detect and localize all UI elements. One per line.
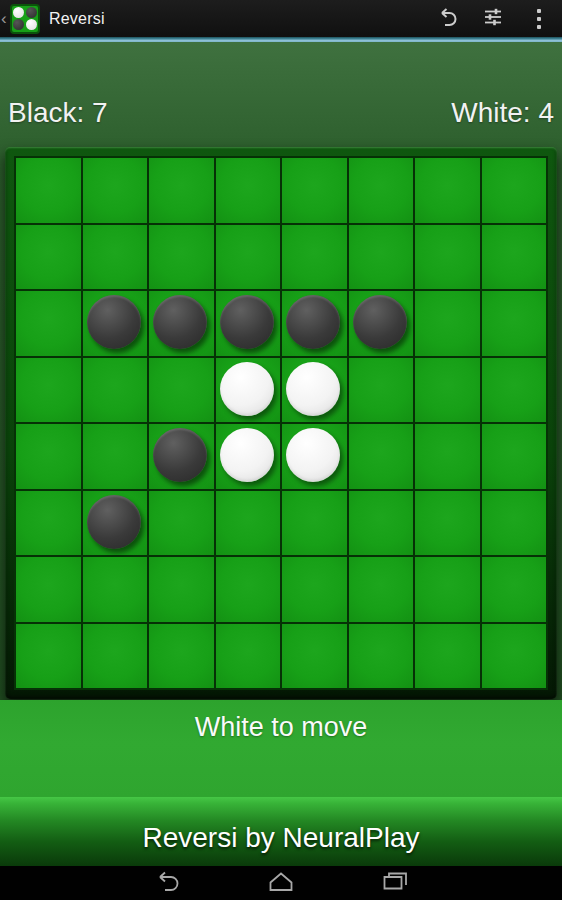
status-band: White to move xyxy=(0,700,562,797)
black-disc-d3 xyxy=(220,295,274,349)
footer-banner: Reversi by NeuralPlay xyxy=(0,797,562,866)
board-cell-a2[interactable] xyxy=(16,225,81,290)
board-cell-b3[interactable] xyxy=(83,291,148,356)
board-cell-b1[interactable] xyxy=(83,158,148,223)
vertical-ellipsis-icon xyxy=(537,9,541,29)
board-cell-d3[interactable] xyxy=(216,291,281,356)
board-cell-e8[interactable] xyxy=(282,624,347,689)
board-cell-e4[interactable] xyxy=(282,358,347,423)
undo-icon xyxy=(435,5,459,33)
board-cell-a3[interactable] xyxy=(16,291,81,356)
board-cell-c1[interactable] xyxy=(149,158,214,223)
reversi-app-icon[interactable] xyxy=(10,4,40,34)
board-cell-c5[interactable] xyxy=(149,424,214,489)
black-disc-f3 xyxy=(353,295,407,349)
reversi-app-screen: ‹ Reversi xyxy=(0,0,562,900)
overflow-menu-button[interactable] xyxy=(516,0,562,37)
white-disc-e5 xyxy=(286,428,340,482)
white-disc-icon xyxy=(26,19,37,30)
black-disc-c5 xyxy=(153,428,207,482)
app-icon-quadrant xyxy=(13,19,25,31)
app-icon-quadrant xyxy=(26,19,38,31)
board-cell-c2[interactable] xyxy=(149,225,214,290)
black-disc-icon xyxy=(26,7,37,18)
board-cell-h1[interactable] xyxy=(482,158,547,223)
white-score: White: 4 xyxy=(451,97,554,129)
white-disc-d4 xyxy=(220,362,274,416)
app-icon-quadrant xyxy=(13,7,25,19)
board-cell-f8[interactable] xyxy=(349,624,414,689)
nav-back-button[interactable] xyxy=(150,870,184,896)
black-disc-icon xyxy=(13,19,24,30)
board-cell-d6[interactable] xyxy=(216,491,281,556)
board-cell-d2[interactable] xyxy=(216,225,281,290)
board-cell-e6[interactable] xyxy=(282,491,347,556)
white-disc-icon xyxy=(13,7,24,18)
board-cell-e1[interactable] xyxy=(282,158,347,223)
board-cell-h8[interactable] xyxy=(482,624,547,689)
black-disc-b3 xyxy=(87,295,141,349)
board-cell-b7[interactable] xyxy=(83,557,148,622)
board-cell-h5[interactable] xyxy=(482,424,547,489)
board-cell-g8[interactable] xyxy=(415,624,480,689)
nav-recents-button[interactable] xyxy=(378,870,412,896)
board-cell-f7[interactable] xyxy=(349,557,414,622)
board-cell-c6[interactable] xyxy=(149,491,214,556)
board-grid xyxy=(14,156,548,690)
board-cell-c8[interactable] xyxy=(149,624,214,689)
board-cell-d1[interactable] xyxy=(216,158,281,223)
board-cell-a7[interactable] xyxy=(16,557,81,622)
board-cell-a6[interactable] xyxy=(16,491,81,556)
action-bar: ‹ Reversi xyxy=(0,0,562,37)
settings-sliders-icon xyxy=(481,5,505,33)
black-score: Black: 7 xyxy=(8,97,108,129)
board-cell-g4[interactable] xyxy=(415,358,480,423)
turn-indicator: White to move xyxy=(195,712,368,797)
board-cell-b4[interactable] xyxy=(83,358,148,423)
board-cell-c7[interactable] xyxy=(149,557,214,622)
board-cell-h4[interactable] xyxy=(482,358,547,423)
board-cell-g1[interactable] xyxy=(415,158,480,223)
undo-button[interactable] xyxy=(424,0,470,37)
board-cell-f1[interactable] xyxy=(349,158,414,223)
app-icon-quadrant xyxy=(26,7,38,19)
board-cell-h2[interactable] xyxy=(482,225,547,290)
nav-home-button[interactable] xyxy=(264,870,298,896)
white-disc-e4 xyxy=(286,362,340,416)
white-disc-d5 xyxy=(220,428,274,482)
app-title: Reversi xyxy=(49,10,105,28)
board-cell-c4[interactable] xyxy=(149,358,214,423)
android-nav-bar xyxy=(0,866,562,900)
board-cell-a1[interactable] xyxy=(16,158,81,223)
up-chevron-icon[interactable]: ‹ xyxy=(1,0,9,37)
board-cell-f4[interactable] xyxy=(349,358,414,423)
board-cell-h6[interactable] xyxy=(482,491,547,556)
board-cell-f3[interactable] xyxy=(349,291,414,356)
board-cell-a4[interactable] xyxy=(16,358,81,423)
back-icon xyxy=(152,869,182,897)
board-cell-d7[interactable] xyxy=(216,557,281,622)
board-cell-g6[interactable] xyxy=(415,491,480,556)
board-cell-e3[interactable] xyxy=(282,291,347,356)
scoreboard: Black: 7 White: 4 xyxy=(8,97,554,129)
board-cell-g2[interactable] xyxy=(415,225,480,290)
board-cell-b5[interactable] xyxy=(83,424,148,489)
board-cell-b2[interactable] xyxy=(83,225,148,290)
board-cell-a8[interactable] xyxy=(16,624,81,689)
home-icon xyxy=(266,869,296,897)
board-cell-f5[interactable] xyxy=(349,424,414,489)
board-cell-g3[interactable] xyxy=(415,291,480,356)
footer-title: Reversi by NeuralPlay xyxy=(143,810,420,854)
board-cell-e7[interactable] xyxy=(282,557,347,622)
board-cell-h3[interactable] xyxy=(482,291,547,356)
action-bar-actions xyxy=(424,0,562,37)
board-cell-g7[interactable] xyxy=(415,557,480,622)
board-cell-d5[interactable] xyxy=(216,424,281,489)
black-disc-b6 xyxy=(87,495,141,549)
board-cell-f6[interactable] xyxy=(349,491,414,556)
board-cell-g5[interactable] xyxy=(415,424,480,489)
board-cell-c3[interactable] xyxy=(149,291,214,356)
board-cell-b6[interactable] xyxy=(83,491,148,556)
board-cell-b8[interactable] xyxy=(83,624,148,689)
black-disc-c3 xyxy=(153,295,207,349)
settings-button[interactable] xyxy=(470,0,516,37)
board-cell-h7[interactable] xyxy=(482,557,547,622)
recents-icon xyxy=(380,869,410,897)
reversi-board xyxy=(5,147,557,699)
board-cell-f2[interactable] xyxy=(349,225,414,290)
black-disc-e3 xyxy=(286,295,340,349)
board-cell-e5[interactable] xyxy=(282,424,347,489)
board-cell-a5[interactable] xyxy=(16,424,81,489)
board-cell-e2[interactable] xyxy=(282,225,347,290)
board-cell-d8[interactable] xyxy=(216,624,281,689)
board-cell-d4[interactable] xyxy=(216,358,281,423)
